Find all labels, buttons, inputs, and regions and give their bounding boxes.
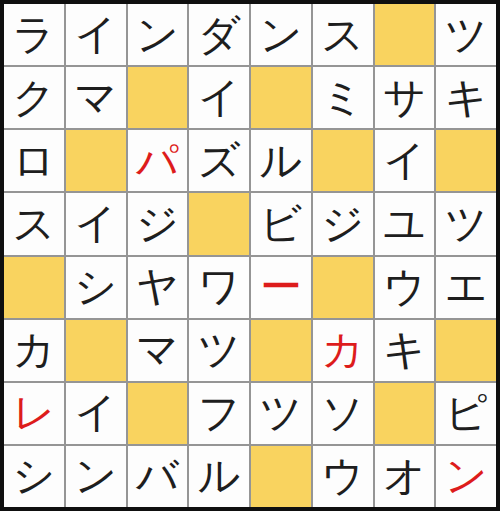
- katakana-glyph: ル: [259, 140, 302, 182]
- katakana-glyph: イ: [74, 14, 117, 56]
- letter-cell-r5c7[interactable]: ウ: [375, 257, 435, 318]
- katakana-glyph: ソ: [321, 392, 364, 434]
- katakana-glyph: ス: [321, 14, 364, 56]
- letter-cell-r5c2[interactable]: シ: [66, 257, 126, 318]
- katakana-glyph: ウ: [321, 455, 364, 497]
- katakana-glyph: ワ: [198, 266, 241, 308]
- blocked-cell-r2c5: [251, 67, 311, 128]
- katakana-glyph: ン: [445, 455, 488, 497]
- letter-cell-r6c3[interactable]: マ: [128, 320, 188, 381]
- blocked-cell-r4c4: [189, 193, 249, 254]
- letter-cell-r7c2[interactable]: イ: [66, 383, 126, 444]
- letter-cell-r1c1[interactable]: ラ: [4, 4, 64, 65]
- letter-cell-r7c5[interactable]: ツ: [251, 383, 311, 444]
- letter-cell-r4c2[interactable]: イ: [66, 193, 126, 254]
- katakana-glyph: ビ: [259, 203, 302, 245]
- blocked-cell-r7c7: [375, 383, 435, 444]
- letter-cell-r5c8[interactable]: エ: [436, 257, 496, 318]
- katakana-glyph: ヤ: [136, 266, 179, 308]
- katakana-glyph: ツ: [445, 203, 488, 245]
- katakana-glyph: ユ: [383, 203, 426, 245]
- katakana-glyph: ロ: [12, 140, 55, 182]
- letter-cell-r5c4[interactable]: ワ: [189, 257, 249, 318]
- letter-cell-r4c1[interactable]: ス: [4, 193, 64, 254]
- letter-cell-r2c1[interactable]: ク: [4, 67, 64, 128]
- blocked-cell-r2c3: [128, 67, 188, 128]
- katakana-glyph: エ: [445, 266, 488, 308]
- letter-cell-r1c2[interactable]: イ: [66, 4, 126, 65]
- katakana-glyph: ウ: [383, 266, 426, 308]
- blocked-cell-r1c7: [375, 4, 435, 65]
- katakana-glyph: バ: [136, 455, 179, 497]
- katakana-glyph: フ: [198, 392, 241, 434]
- katakana-glyph: ー: [260, 266, 302, 308]
- letter-cell-r7c8[interactable]: ピ: [436, 383, 496, 444]
- letter-cell-r8c8[interactable]: ン: [436, 446, 496, 507]
- katakana-glyph: シ: [74, 266, 117, 308]
- katakana-glyph: オ: [383, 455, 426, 497]
- blocked-cell-r3c2: [66, 130, 126, 191]
- letter-cell-r8c3[interactable]: バ: [128, 446, 188, 507]
- katakana-glyph: ミ: [321, 77, 364, 119]
- blocked-cell-r6c8: [436, 320, 496, 381]
- katakana-glyph: サ: [383, 77, 426, 119]
- blocked-cell-r3c6: [313, 130, 373, 191]
- letter-cell-r6c4[interactable]: ツ: [189, 320, 249, 381]
- katakana-glyph: イ: [383, 140, 426, 182]
- letter-cell-r5c3[interactable]: ヤ: [128, 257, 188, 318]
- letter-cell-r1c6[interactable]: ス: [313, 4, 373, 65]
- blocked-cell-r6c2: [66, 320, 126, 381]
- katakana-glyph: ラ: [12, 14, 55, 56]
- katakana-glyph: ン: [259, 14, 302, 56]
- letter-cell-r7c1[interactable]: レ: [4, 383, 64, 444]
- katakana-glyph: カ: [321, 329, 364, 371]
- katakana-glyph: ツ: [445, 14, 488, 56]
- katakana-glyph: ル: [198, 455, 241, 497]
- katakana-glyph: ン: [136, 14, 179, 56]
- letter-cell-r7c6[interactable]: ソ: [313, 383, 373, 444]
- letter-cell-r2c6[interactable]: ミ: [313, 67, 373, 128]
- letter-cell-r4c7[interactable]: ユ: [375, 193, 435, 254]
- katakana-glyph: レ: [12, 392, 55, 434]
- letter-cell-r3c3[interactable]: パ: [128, 130, 188, 191]
- letter-cell-r2c8[interactable]: キ: [436, 67, 496, 128]
- letter-cell-r6c6[interactable]: カ: [313, 320, 373, 381]
- katakana-glyph: イ: [74, 203, 117, 245]
- letter-cell-r1c5[interactable]: ン: [251, 4, 311, 65]
- letter-cell-r8c4[interactable]: ル: [189, 446, 249, 507]
- blocked-cell-r7c3: [128, 383, 188, 444]
- blocked-cell-r3c8: [436, 130, 496, 191]
- katakana-glyph: ジ: [136, 203, 179, 245]
- katakana-glyph: ス: [12, 203, 55, 245]
- blocked-cell-r6c5: [251, 320, 311, 381]
- blocked-cell-r5c6: [313, 257, 373, 318]
- katakana-glyph: ダ: [198, 14, 241, 56]
- katakana-glyph: イ: [198, 77, 241, 119]
- katakana-glyph: イ: [74, 392, 117, 434]
- letter-cell-r4c3[interactable]: ジ: [128, 193, 188, 254]
- katakana-glyph: ツ: [198, 329, 241, 371]
- letter-cell-r1c4[interactable]: ダ: [189, 4, 249, 65]
- letter-cell-r6c1[interactable]: カ: [4, 320, 64, 381]
- letter-cell-r8c1[interactable]: シ: [4, 446, 64, 507]
- katakana-glyph: ン: [74, 455, 117, 497]
- letter-cell-r1c8[interactable]: ツ: [436, 4, 496, 65]
- letter-cell-r4c5[interactable]: ビ: [251, 193, 311, 254]
- letter-cell-r3c4[interactable]: ズ: [189, 130, 249, 191]
- letter-cell-r2c7[interactable]: サ: [375, 67, 435, 128]
- katakana-glyph: キ: [445, 77, 488, 119]
- letter-cell-r3c5[interactable]: ル: [251, 130, 311, 191]
- letter-cell-r4c8[interactable]: ツ: [436, 193, 496, 254]
- letter-cell-r8c2[interactable]: ン: [66, 446, 126, 507]
- letter-cell-r8c7[interactable]: オ: [375, 446, 435, 507]
- katakana-glyph: ピ: [445, 392, 488, 434]
- katakana-glyph: マ: [74, 77, 117, 119]
- katakana-glyph: ズ: [198, 140, 241, 182]
- katakana-glyph: カ: [12, 329, 55, 371]
- letter-cell-r5c5[interactable]: ー: [251, 257, 311, 318]
- letter-cell-r2c4[interactable]: イ: [189, 67, 249, 128]
- katakana-glyph: キ: [383, 329, 426, 371]
- katakana-glyph: ツ: [259, 392, 302, 434]
- letter-cell-r2c2[interactable]: マ: [66, 67, 126, 128]
- letter-cell-r3c7[interactable]: イ: [375, 130, 435, 191]
- letter-cell-r7c4[interactable]: フ: [189, 383, 249, 444]
- letter-cell-r6c7[interactable]: キ: [375, 320, 435, 381]
- letter-cell-r8c6[interactable]: ウ: [313, 446, 373, 507]
- blocked-cell-r8c5: [251, 446, 311, 507]
- letter-cell-r1c3[interactable]: ン: [128, 4, 188, 65]
- letter-cell-r4c6[interactable]: ジ: [313, 193, 373, 254]
- katakana-glyph: シ: [12, 455, 55, 497]
- katakana-glyph: マ: [136, 329, 179, 371]
- katakana-glyph: ク: [12, 77, 55, 119]
- letter-cell-r3c1[interactable]: ロ: [4, 130, 64, 191]
- blocked-cell-r5c1: [4, 257, 64, 318]
- crossword-board: ラインダンスツクマイミサキロパズルイスイジビジユツシヤワーウエカマツカキレイフツ…: [0, 0, 500, 511]
- katakana-glyph: パ: [136, 140, 179, 182]
- katakana-glyph: ジ: [321, 203, 364, 245]
